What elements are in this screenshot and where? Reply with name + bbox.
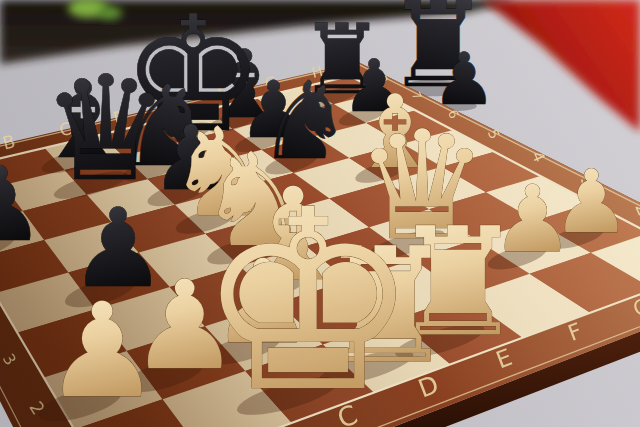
white-pawn-a2[interactable]: ♟ <box>43 275 160 427</box>
black-pawn-a6[interactable]: ♟ <box>0 144 45 264</box>
plant-leaf-blur <box>98 6 122 20</box>
chessboard-photo: ♜♟AABBCCDDEEFFGGHH1122334455667788♜♟♝♚♟♝… <box>0 0 640 427</box>
chess-photo-scene: ♜♟AABBCCDDEEFFGGHH1122334455667788♜♟♝♚♟♝… <box>0 0 640 427</box>
white-king-c1[interactable]: ♚ <box>196 156 420 427</box>
